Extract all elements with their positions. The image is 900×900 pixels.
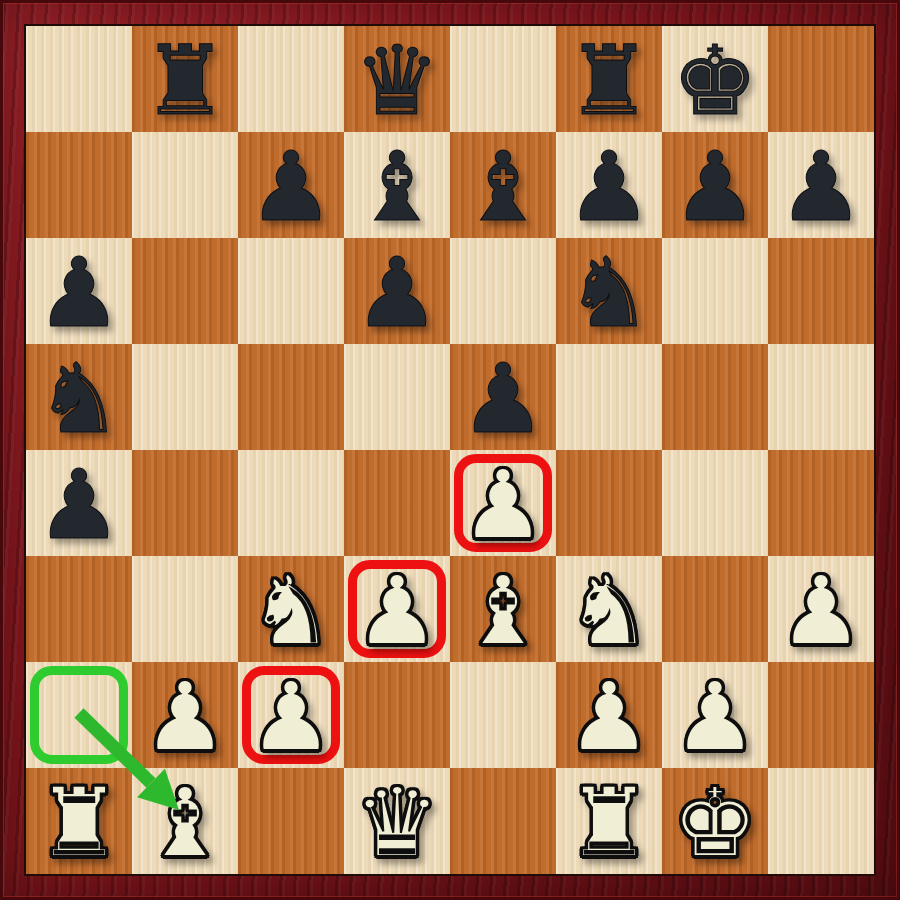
square-d8[interactable]: ♛ xyxy=(344,26,450,132)
white-rook-a1[interactable]: ♜ xyxy=(36,775,122,871)
square-h8[interactable] xyxy=(768,26,874,132)
black-pawn-a4[interactable]: ♟ xyxy=(36,457,122,553)
white-pawn-h3[interactable]: ♟ xyxy=(778,563,864,659)
square-e7[interactable]: ♝ xyxy=(450,132,556,238)
white-pawn-g2[interactable]: ♟ xyxy=(672,669,758,765)
square-g5[interactable] xyxy=(662,344,768,450)
square-d3[interactable]: ♟ xyxy=(344,556,450,662)
black-king-g8[interactable]: ♚ xyxy=(672,33,758,129)
square-h1[interactable] xyxy=(768,768,874,874)
black-pawn-d6[interactable]: ♟ xyxy=(354,245,440,341)
white-knight-c3[interactable]: ♞ xyxy=(248,563,334,659)
square-a7[interactable] xyxy=(26,132,132,238)
white-queen-d1[interactable]: ♛ xyxy=(354,775,440,871)
square-a5[interactable]: ♞ xyxy=(26,344,132,450)
white-bishop-b1[interactable]: ♝ xyxy=(142,775,228,871)
square-b2[interactable]: ♟ xyxy=(132,662,238,768)
square-a4[interactable]: ♟ xyxy=(26,450,132,556)
square-a1[interactable]: ♜ xyxy=(26,768,132,874)
square-f3[interactable]: ♞ xyxy=(556,556,662,662)
square-h2[interactable] xyxy=(768,662,874,768)
black-knight-a5[interactable]: ♞ xyxy=(36,351,122,447)
square-d2[interactable] xyxy=(344,662,450,768)
square-g1[interactable]: ♚ xyxy=(662,768,768,874)
square-e4[interactable]: ♟ xyxy=(450,450,556,556)
white-knight-f3[interactable]: ♞ xyxy=(566,563,652,659)
black-pawn-h7[interactable]: ♟ xyxy=(778,139,864,235)
square-a6[interactable]: ♟ xyxy=(26,238,132,344)
square-d1[interactable]: ♛ xyxy=(344,768,450,874)
square-c5[interactable] xyxy=(238,344,344,450)
square-e1[interactable] xyxy=(450,768,556,874)
square-g6[interactable] xyxy=(662,238,768,344)
square-a8[interactable] xyxy=(26,26,132,132)
square-f8[interactable]: ♜ xyxy=(556,26,662,132)
square-h7[interactable]: ♟ xyxy=(768,132,874,238)
square-b8[interactable]: ♜ xyxy=(132,26,238,132)
white-pawn-e4[interactable]: ♟ xyxy=(460,457,546,553)
square-c2[interactable]: ♟ xyxy=(238,662,344,768)
square-c6[interactable] xyxy=(238,238,344,344)
square-f5[interactable] xyxy=(556,344,662,450)
square-a2[interactable] xyxy=(26,662,132,768)
black-pawn-a6[interactable]: ♟ xyxy=(36,245,122,341)
square-c7[interactable]: ♟ xyxy=(238,132,344,238)
square-g7[interactable]: ♟ xyxy=(662,132,768,238)
square-g3[interactable] xyxy=(662,556,768,662)
square-b5[interactable] xyxy=(132,344,238,450)
square-h3[interactable]: ♟ xyxy=(768,556,874,662)
square-e3[interactable]: ♝ xyxy=(450,556,556,662)
square-b6[interactable] xyxy=(132,238,238,344)
square-e5[interactable]: ♟ xyxy=(450,344,556,450)
board-frame: ♜♛♜♚♟♝♝♟♟♟♟♟♞♞♟♟♟♞♟♝♞♟♟♟♟♟♜♝♛♜♚ xyxy=(0,0,900,900)
white-king-g1[interactable]: ♚ xyxy=(672,775,758,871)
square-g4[interactable] xyxy=(662,450,768,556)
black-pawn-c7[interactable]: ♟ xyxy=(248,139,334,235)
square-g8[interactable]: ♚ xyxy=(662,26,768,132)
square-c3[interactable]: ♞ xyxy=(238,556,344,662)
chess-board: ♜♛♜♚♟♝♝♟♟♟♟♟♞♞♟♟♟♞♟♝♞♟♟♟♟♟♜♝♛♜♚ xyxy=(24,24,876,876)
square-a3[interactable] xyxy=(26,556,132,662)
square-e2[interactable] xyxy=(450,662,556,768)
white-pawn-b2[interactable]: ♟ xyxy=(142,669,228,765)
black-pawn-f7[interactable]: ♟ xyxy=(566,139,652,235)
square-c4[interactable] xyxy=(238,450,344,556)
square-c8[interactable] xyxy=(238,26,344,132)
square-e6[interactable] xyxy=(450,238,556,344)
black-pawn-e5[interactable]: ♟ xyxy=(460,351,546,447)
square-h5[interactable] xyxy=(768,344,874,450)
square-b3[interactable] xyxy=(132,556,238,662)
white-pawn-c2[interactable]: ♟ xyxy=(248,669,334,765)
square-f6[interactable]: ♞ xyxy=(556,238,662,344)
black-pawn-g7[interactable]: ♟ xyxy=(672,139,758,235)
square-g2[interactable]: ♟ xyxy=(662,662,768,768)
black-rook-b8[interactable]: ♜ xyxy=(142,33,228,129)
square-b4[interactable] xyxy=(132,450,238,556)
square-d4[interactable] xyxy=(344,450,450,556)
square-b1[interactable]: ♝ xyxy=(132,768,238,874)
square-f7[interactable]: ♟ xyxy=(556,132,662,238)
white-bishop-e3[interactable]: ♝ xyxy=(460,563,546,659)
black-bishop-d7[interactable]: ♝ xyxy=(354,139,440,235)
square-d7[interactable]: ♝ xyxy=(344,132,450,238)
white-pawn-d3[interactable]: ♟ xyxy=(354,563,440,659)
square-f1[interactable]: ♜ xyxy=(556,768,662,874)
black-queen-d8[interactable]: ♛ xyxy=(354,33,440,129)
square-h6[interactable] xyxy=(768,238,874,344)
white-pawn-f2[interactable]: ♟ xyxy=(566,669,652,765)
square-f4[interactable] xyxy=(556,450,662,556)
square-b7[interactable] xyxy=(132,132,238,238)
square-f2[interactable]: ♟ xyxy=(556,662,662,768)
square-e8[interactable] xyxy=(450,26,556,132)
white-rook-f1[interactable]: ♜ xyxy=(566,775,652,871)
black-knight-f6[interactable]: ♞ xyxy=(566,245,652,341)
square-h4[interactable] xyxy=(768,450,874,556)
square-d5[interactable] xyxy=(344,344,450,450)
square-c1[interactable] xyxy=(238,768,344,874)
square-d6[interactable]: ♟ xyxy=(344,238,450,344)
black-rook-f8[interactable]: ♜ xyxy=(566,33,652,129)
highlight-green-a2 xyxy=(30,666,128,764)
black-bishop-e7[interactable]: ♝ xyxy=(460,139,546,235)
